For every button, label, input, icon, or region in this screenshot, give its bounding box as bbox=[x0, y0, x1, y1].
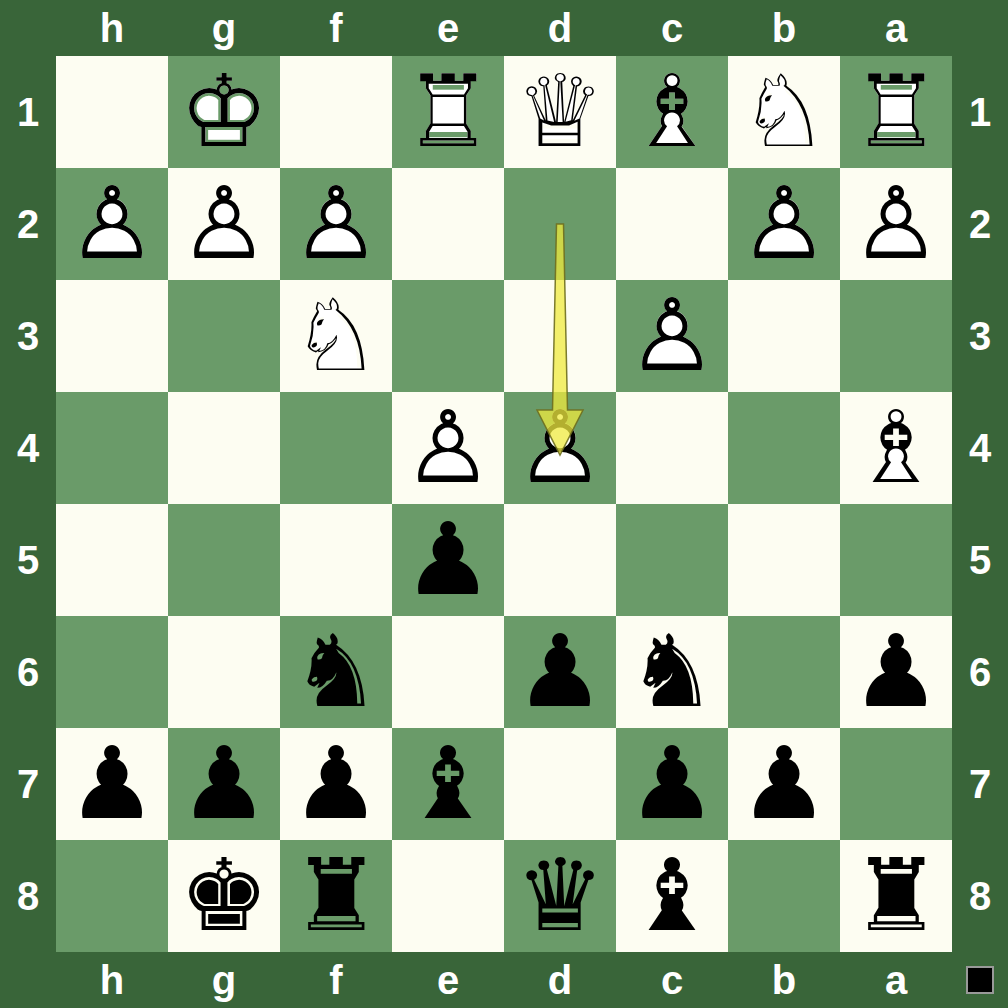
square-d2[interactable] bbox=[504, 168, 616, 280]
square-c1[interactable]: ♝♗ bbox=[616, 56, 728, 168]
white-N-piece: ♘ bbox=[280, 280, 392, 392]
rank-label-right-1: 1 bbox=[952, 56, 1008, 168]
square-e5[interactable]: ♟ bbox=[392, 504, 504, 616]
square-b3[interactable] bbox=[728, 280, 840, 392]
file-label-top-b: b bbox=[728, 0, 840, 56]
square-a7[interactable] bbox=[840, 728, 952, 840]
square-g1[interactable]: ♚♔ bbox=[168, 56, 280, 168]
chess-diagram: ♚♔♜♖♛♕♝♗♞♘♜♖♟♙♟♙♟♙♟♙♟♙♞♘♟♙♟♙♟♙♝♗♟♞♟♞♟♟♟♟… bbox=[0, 0, 1008, 1008]
square-c2[interactable] bbox=[616, 168, 728, 280]
square-b2[interactable]: ♟♙ bbox=[728, 168, 840, 280]
black-P-piece: ♟ bbox=[280, 728, 392, 840]
white-B-piece-fill: ♝ bbox=[616, 56, 728, 168]
file-label-top-c: c bbox=[616, 0, 728, 56]
square-c5[interactable] bbox=[616, 504, 728, 616]
white-P-piece: ♙ bbox=[56, 168, 168, 280]
black-to-move-indicator bbox=[966, 966, 994, 994]
black-P-piece: ♟ bbox=[392, 504, 504, 616]
white-P-piece: ♙ bbox=[728, 168, 840, 280]
rank-label-right-5: 5 bbox=[952, 504, 1008, 616]
square-e3[interactable] bbox=[392, 280, 504, 392]
white-K-piece-fill: ♚ bbox=[168, 56, 280, 168]
rank-label-left-1: 1 bbox=[0, 56, 56, 168]
square-f6[interactable]: ♞ bbox=[280, 616, 392, 728]
square-h8[interactable] bbox=[56, 840, 168, 952]
black-B-piece: ♝ bbox=[392, 728, 504, 840]
square-f2[interactable]: ♟♙ bbox=[280, 168, 392, 280]
square-b8[interactable] bbox=[728, 840, 840, 952]
square-g5[interactable] bbox=[168, 504, 280, 616]
black-B-piece: ♝ bbox=[616, 840, 728, 952]
white-Q-piece: ♕ bbox=[504, 56, 616, 168]
white-P-piece: ♙ bbox=[168, 168, 280, 280]
square-g3[interactable] bbox=[168, 280, 280, 392]
black-P-piece: ♟ bbox=[728, 728, 840, 840]
square-h6[interactable] bbox=[56, 616, 168, 728]
black-K-piece: ♚ bbox=[168, 840, 280, 952]
square-a3[interactable] bbox=[840, 280, 952, 392]
square-a4[interactable]: ♝♗ bbox=[840, 392, 952, 504]
square-g7[interactable]: ♟ bbox=[168, 728, 280, 840]
white-N-piece: ♘ bbox=[728, 56, 840, 168]
square-h5[interactable] bbox=[56, 504, 168, 616]
file-label-top-d: d bbox=[504, 0, 616, 56]
square-d8[interactable]: ♛ bbox=[504, 840, 616, 952]
black-Q-piece: ♛ bbox=[504, 840, 616, 952]
black-P-piece: ♟ bbox=[168, 728, 280, 840]
white-R-piece: ♖ bbox=[840, 56, 952, 168]
white-B-piece: ♗ bbox=[616, 56, 728, 168]
square-e7[interactable]: ♝ bbox=[392, 728, 504, 840]
rank-label-left-8: 8 bbox=[0, 840, 56, 952]
rank-label-left-7: 7 bbox=[0, 728, 56, 840]
square-h7[interactable]: ♟ bbox=[56, 728, 168, 840]
square-g8[interactable]: ♚ bbox=[168, 840, 280, 952]
rank-label-left-2: 2 bbox=[0, 168, 56, 280]
white-P-piece-fill: ♟ bbox=[728, 168, 840, 280]
square-d4[interactable]: ♟♙ bbox=[504, 392, 616, 504]
rank-label-left-5: 5 bbox=[0, 504, 56, 616]
rank-label-left-6: 6 bbox=[0, 616, 56, 728]
file-label-bottom-a: a bbox=[840, 952, 952, 1008]
file-label-bottom-d: d bbox=[504, 952, 616, 1008]
black-P-piece: ♟ bbox=[840, 616, 952, 728]
file-label-top-a: a bbox=[840, 0, 952, 56]
square-h3[interactable] bbox=[56, 280, 168, 392]
black-R-piece: ♜ bbox=[840, 840, 952, 952]
square-a6[interactable]: ♟ bbox=[840, 616, 952, 728]
file-label-bottom-g: g bbox=[168, 952, 280, 1008]
square-b4[interactable] bbox=[728, 392, 840, 504]
square-c4[interactable] bbox=[616, 392, 728, 504]
square-f5[interactable] bbox=[280, 504, 392, 616]
white-Q-piece-fill: ♛ bbox=[504, 56, 616, 168]
file-label-top-f: f bbox=[280, 0, 392, 56]
square-e2[interactable] bbox=[392, 168, 504, 280]
square-f7[interactable]: ♟ bbox=[280, 728, 392, 840]
rank-label-right-8: 8 bbox=[952, 840, 1008, 952]
white-P-piece: ♙ bbox=[280, 168, 392, 280]
square-a1[interactable]: ♜♖ bbox=[840, 56, 952, 168]
black-N-piece: ♞ bbox=[616, 616, 728, 728]
chess-board: ♚♔♜♖♛♕♝♗♞♘♜♖♟♙♟♙♟♙♟♙♟♙♞♘♟♙♟♙♟♙♝♗♟♞♟♞♟♟♟♟… bbox=[56, 56, 952, 952]
square-f3[interactable]: ♞♘ bbox=[280, 280, 392, 392]
square-d7[interactable] bbox=[504, 728, 616, 840]
rank-label-right-3: 3 bbox=[952, 280, 1008, 392]
square-d5[interactable] bbox=[504, 504, 616, 616]
file-label-bottom-c: c bbox=[616, 952, 728, 1008]
rank-label-right-6: 6 bbox=[952, 616, 1008, 728]
square-d3[interactable] bbox=[504, 280, 616, 392]
square-h4[interactable] bbox=[56, 392, 168, 504]
black-N-piece: ♞ bbox=[280, 616, 392, 728]
white-P-piece-fill: ♟ bbox=[56, 168, 168, 280]
square-a5[interactable] bbox=[840, 504, 952, 616]
square-b6[interactable] bbox=[728, 616, 840, 728]
file-label-bottom-h: h bbox=[56, 952, 168, 1008]
rank-label-right-7: 7 bbox=[952, 728, 1008, 840]
white-B-piece: ♗ bbox=[840, 392, 952, 504]
file-label-bottom-f: f bbox=[280, 952, 392, 1008]
square-e6[interactable] bbox=[392, 616, 504, 728]
square-h2[interactable]: ♟♙ bbox=[56, 168, 168, 280]
white-R-piece: ♖ bbox=[392, 56, 504, 168]
black-P-piece: ♟ bbox=[616, 728, 728, 840]
file-label-top-h: h bbox=[56, 0, 168, 56]
square-c6[interactable]: ♞ bbox=[616, 616, 728, 728]
black-P-piece: ♟ bbox=[504, 616, 616, 728]
square-e1[interactable]: ♜♖ bbox=[392, 56, 504, 168]
square-g4[interactable] bbox=[168, 392, 280, 504]
square-c8[interactable]: ♝ bbox=[616, 840, 728, 952]
rank-label-left-3: 3 bbox=[0, 280, 56, 392]
square-f1[interactable] bbox=[280, 56, 392, 168]
file-label-top-e: e bbox=[392, 0, 504, 56]
square-b1[interactable]: ♞♘ bbox=[728, 56, 840, 168]
white-P-piece: ♙ bbox=[504, 392, 616, 504]
rank-label-right-4: 4 bbox=[952, 392, 1008, 504]
white-P-piece-fill: ♟ bbox=[840, 168, 952, 280]
white-P-piece-fill: ♟ bbox=[504, 392, 616, 504]
file-label-bottom-b: b bbox=[728, 952, 840, 1008]
rank-label-right-2: 2 bbox=[952, 168, 1008, 280]
white-N-piece-fill: ♞ bbox=[280, 280, 392, 392]
square-f8[interactable]: ♜ bbox=[280, 840, 392, 952]
square-c3[interactable]: ♟♙ bbox=[616, 280, 728, 392]
square-h1[interactable] bbox=[56, 56, 168, 168]
white-P-piece-fill: ♟ bbox=[280, 168, 392, 280]
square-e4[interactable]: ♟♙ bbox=[392, 392, 504, 504]
square-g6[interactable] bbox=[168, 616, 280, 728]
white-P-piece: ♙ bbox=[616, 280, 728, 392]
white-P-piece-fill: ♟ bbox=[392, 392, 504, 504]
square-a8[interactable]: ♜ bbox=[840, 840, 952, 952]
rank-label-left-4: 4 bbox=[0, 392, 56, 504]
square-d1[interactable]: ♛♕ bbox=[504, 56, 616, 168]
white-R-piece-fill: ♜ bbox=[392, 56, 504, 168]
white-P-piece-fill: ♟ bbox=[616, 280, 728, 392]
white-B-piece-fill: ♝ bbox=[840, 392, 952, 504]
file-label-top-g: g bbox=[168, 0, 280, 56]
square-g2[interactable]: ♟♙ bbox=[168, 168, 280, 280]
square-c7[interactable]: ♟ bbox=[616, 728, 728, 840]
white-K-piece: ♔ bbox=[168, 56, 280, 168]
white-R-piece-fill: ♜ bbox=[840, 56, 952, 168]
square-a2[interactable]: ♟♙ bbox=[840, 168, 952, 280]
white-P-piece-fill: ♟ bbox=[168, 168, 280, 280]
black-R-piece: ♜ bbox=[280, 840, 392, 952]
square-f4[interactable] bbox=[280, 392, 392, 504]
white-P-piece: ♙ bbox=[392, 392, 504, 504]
square-d6[interactable]: ♟ bbox=[504, 616, 616, 728]
file-label-bottom-e: e bbox=[392, 952, 504, 1008]
square-e8[interactable] bbox=[392, 840, 504, 952]
white-N-piece-fill: ♞ bbox=[728, 56, 840, 168]
white-P-piece: ♙ bbox=[840, 168, 952, 280]
black-P-piece: ♟ bbox=[56, 728, 168, 840]
square-b5[interactable] bbox=[728, 504, 840, 616]
square-b7[interactable]: ♟ bbox=[728, 728, 840, 840]
